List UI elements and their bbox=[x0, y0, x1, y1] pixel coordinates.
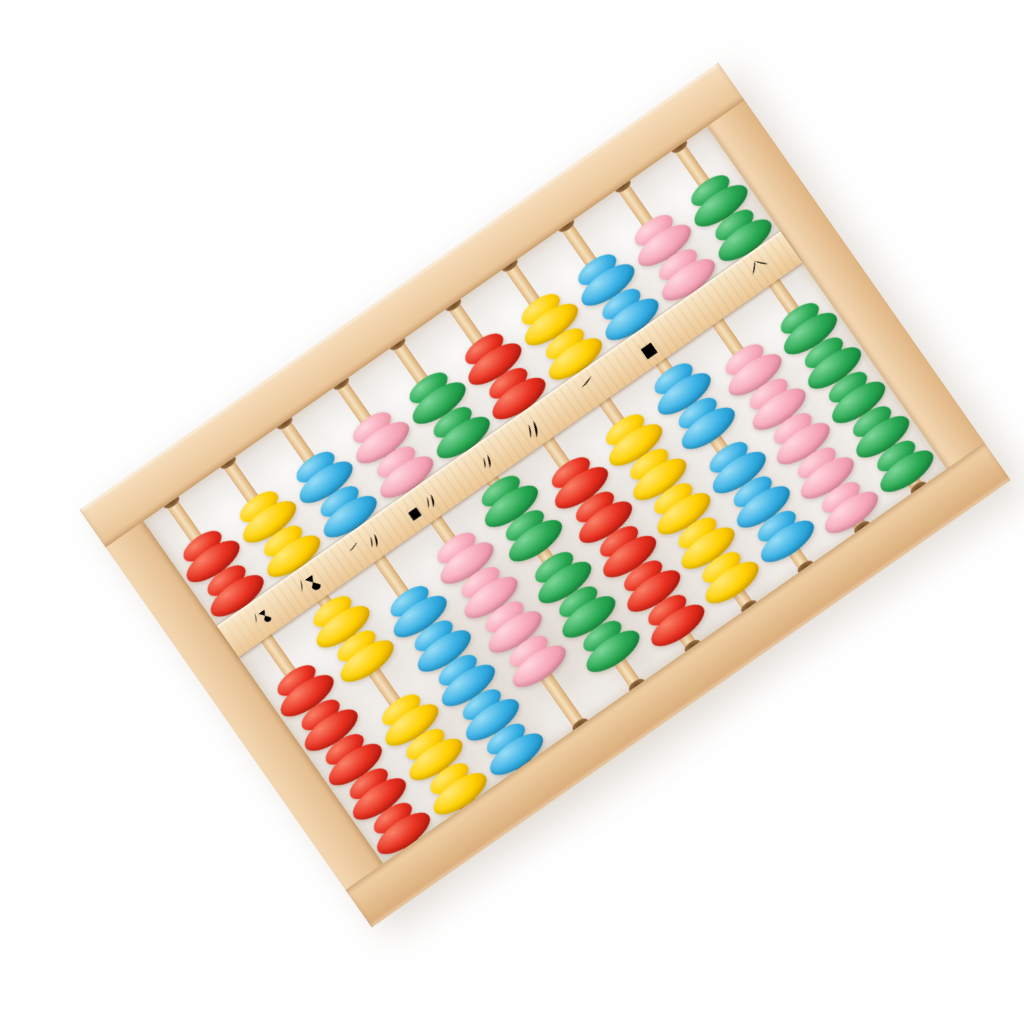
place-value-label-十 bbox=[685, 290, 721, 326]
abacus-board bbox=[79, 62, 1010, 927]
product-photo-stage bbox=[0, 0, 1024, 1024]
glyph-万 bbox=[516, 409, 552, 445]
place-value-label-百 bbox=[629, 330, 665, 366]
glyph-十 bbox=[685, 290, 721, 326]
glyph-个 bbox=[742, 251, 778, 287]
glyph-千 bbox=[573, 369, 609, 405]
glyph-百 bbox=[629, 330, 665, 366]
place-value-label-千 bbox=[573, 369, 609, 405]
place-value-label-亿 bbox=[291, 567, 327, 603]
place-value-label-个 bbox=[742, 251, 778, 287]
place-value-label-万 bbox=[516, 409, 552, 445]
glyph-亿 bbox=[291, 567, 327, 603]
